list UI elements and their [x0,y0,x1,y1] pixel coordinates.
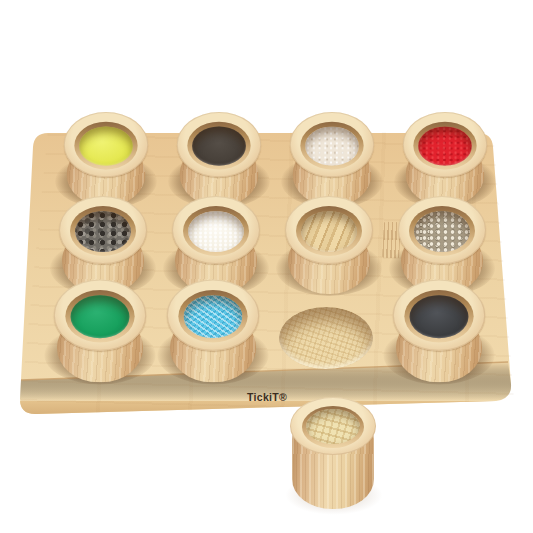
board-cell-r2c2 [156,186,269,272]
cup-material-yellow-smooth [79,126,133,165]
cup-green-smooth[interactable] [53,279,145,386]
empty-cup-recess[interactable] [279,307,373,369]
cup-blue-weave[interactable] [166,279,258,386]
board-grid [43,100,495,358]
board-cell-r1c1 [43,100,156,186]
cup-material-brown-smooth [192,126,246,165]
loose-cup[interactable] [290,397,376,515]
board-cell-r3c3 [269,272,382,358]
board-cell-r2c1 [43,186,156,272]
board-cell-r1c3 [269,100,382,186]
board-cell-r3c4 [382,272,495,358]
cup-material-red-felt [418,126,472,165]
board-cell-r2c4 [382,186,495,272]
cup-material-green-smooth [70,295,129,338]
board-cell-r2c3 [269,186,382,272]
board-cell-r3c2 [156,272,269,358]
cup-black-smooth[interactable] [392,279,484,386]
loose-cup-material [306,409,360,444]
board-cell-r1c4 [382,100,495,186]
product-photo-stage: TickiT® [0,0,533,533]
board-cell-r3c1 [43,272,156,358]
board-cell-r1c2 [156,100,269,186]
brand-logo: TickiT® [247,391,287,403]
cup-material-silver-beads [414,211,470,252]
cup-material-white-sand [305,126,359,165]
cup-material-grey-gravel [75,211,131,252]
cup-material-black-smooth [409,295,468,338]
cup-material-wood-grain [301,211,357,252]
cup-material-white-fleece [188,211,244,252]
cup-material-blue-weave [183,295,242,338]
